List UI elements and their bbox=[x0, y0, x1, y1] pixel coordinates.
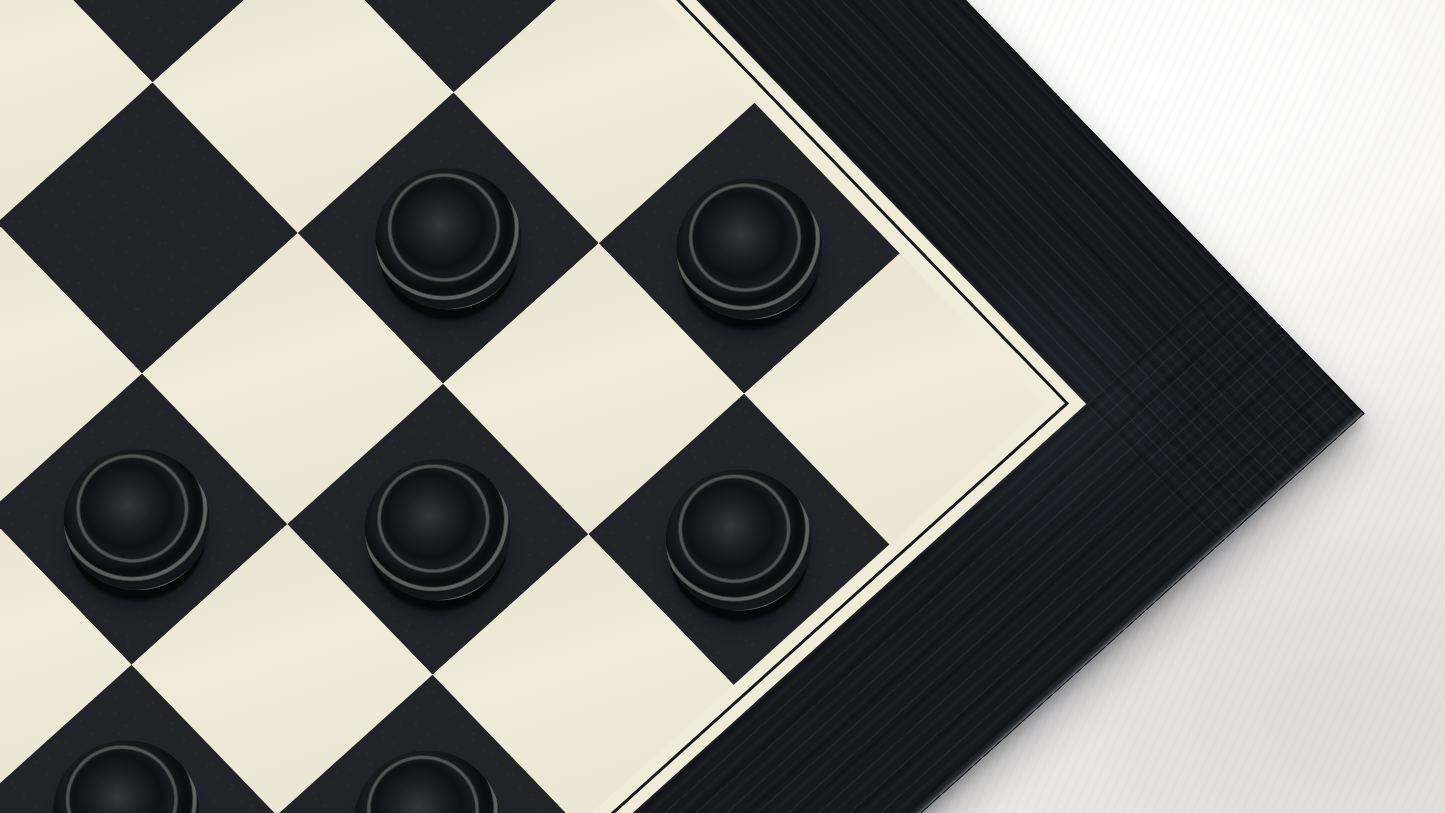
black-checker-c2 bbox=[365, 459, 511, 600]
black-checker-b3 bbox=[375, 168, 521, 309]
piece-wrap-e2 bbox=[53, 740, 199, 813]
piece-wrap-b3 bbox=[375, 168, 521, 309]
piece-wrap-a2 bbox=[676, 178, 822, 319]
black-checker-b1 bbox=[666, 469, 812, 610]
black-checker-d3 bbox=[64, 448, 210, 589]
black-checker-a2 bbox=[676, 178, 822, 319]
piece-wrap-c2 bbox=[365, 459, 511, 600]
photo-stage bbox=[0, 0, 1445, 813]
black-checker-e2 bbox=[53, 740, 199, 813]
piece-wrap-b1 bbox=[666, 469, 812, 610]
piece-wrap-d3 bbox=[64, 448, 210, 589]
piece-wrap-d1 bbox=[354, 750, 500, 813]
black-checker-d1 bbox=[354, 750, 500, 813]
